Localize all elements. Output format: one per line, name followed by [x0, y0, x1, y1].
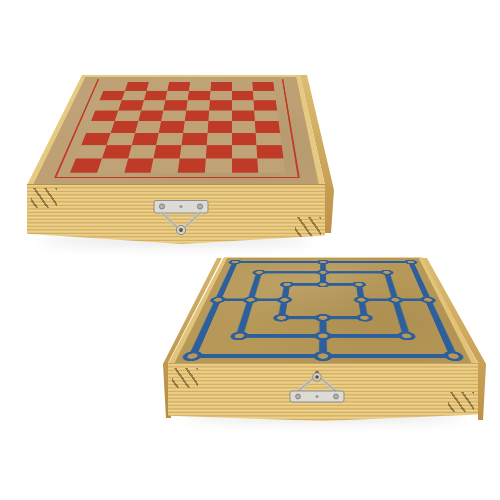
box-front-panel — [168, 363, 478, 421]
morris-point — [232, 333, 248, 340]
morris-top-surface — [168, 257, 478, 364]
morris-square-3 — [282, 284, 365, 317]
morris-point — [183, 352, 201, 360]
morris-point — [405, 260, 416, 264]
morris-point — [421, 297, 435, 302]
morris-point — [381, 270, 393, 274]
corner-joint-marks — [172, 368, 198, 388]
morris-point — [317, 282, 328, 286]
morris-point — [355, 297, 368, 302]
morris-point — [389, 297, 402, 302]
morris-point — [399, 333, 415, 340]
nine-mens-morris-board — [174, 259, 472, 364]
morris-point — [281, 282, 293, 286]
morris-point — [275, 315, 289, 321]
morris-point — [278, 297, 291, 302]
morris-point — [353, 282, 365, 286]
morris-point — [317, 315, 330, 321]
morris-point — [358, 315, 372, 321]
morris-point — [318, 260, 328, 264]
morris-point — [316, 352, 331, 360]
morris-point — [211, 297, 225, 302]
morris-point — [445, 352, 463, 360]
corner-joint-marks — [448, 392, 474, 412]
morris-game-box — [0, 0, 500, 500]
morris-point — [229, 260, 240, 264]
morris-box-lid — [168, 258, 478, 364]
morris-point — [253, 270, 265, 274]
morris-point — [318, 270, 328, 274]
morris-point — [244, 297, 257, 302]
product-photo — [0, 0, 500, 500]
morris-point — [316, 333, 330, 340]
latch-icon — [289, 370, 347, 404]
